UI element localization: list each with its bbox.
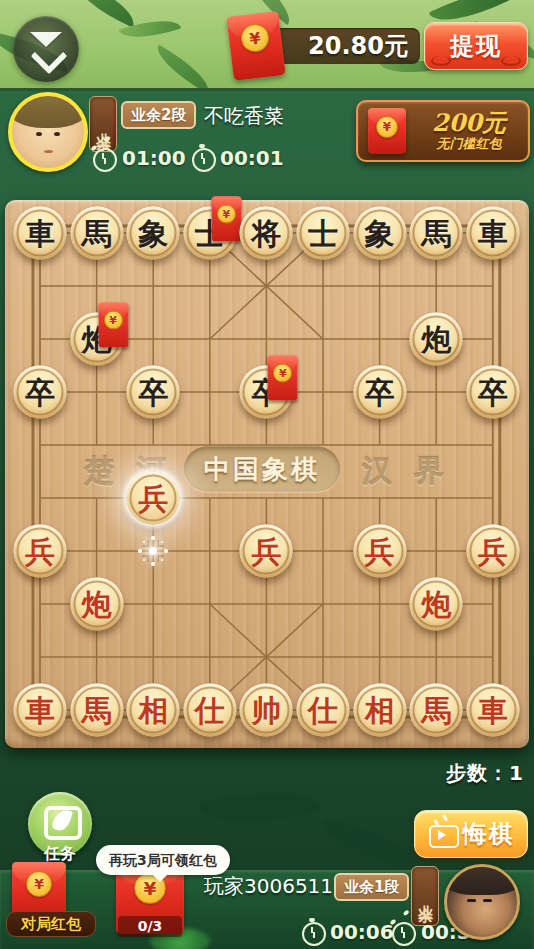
piece-i1[interactable]: 車: [466, 684, 519, 737]
piece-b8[interactable]: 炮¥: [70, 313, 123, 366]
opponent-move-time: 00:01: [220, 146, 284, 170]
piece-a1[interactable]: 車: [14, 684, 67, 737]
fern-decor: [318, 818, 422, 869]
piece-e1[interactable]: 帅: [240, 684, 293, 737]
withdraw-button[interactable]: 提现: [424, 22, 528, 70]
piece-b10[interactable]: 馬: [70, 207, 123, 260]
avatar-hair: [8, 92, 88, 128]
alarm-clock-icon: [392, 922, 416, 946]
piece-h8[interactable]: 炮: [410, 313, 463, 366]
player-tier-badge: 业余: [411, 866, 439, 926]
player-move-time: 00:06: [330, 920, 394, 944]
move-origin-marker: [135, 533, 171, 569]
avatar-hair: [444, 864, 520, 895]
red-packet-banner[interactable]: ¥ 200元 无门槛红包: [356, 100, 530, 162]
red-envelope-icon: ¥: [368, 108, 406, 154]
avatar-eyes: [467, 899, 476, 902]
piece-b1[interactable]: 馬: [70, 684, 123, 737]
match-packet-label: 对局红包: [6, 911, 96, 937]
piece-d10[interactable]: 士¥: [183, 207, 236, 260]
piece-c10[interactable]: 象: [127, 207, 180, 260]
player-avatar[interactable]: [444, 864, 520, 940]
opponent-name: 不吃香菜: [204, 103, 284, 130]
packet-progress: 0/3: [118, 916, 182, 937]
opponent-total-time: 01:00: [122, 146, 186, 170]
piece-a7[interactable]: 卒: [14, 366, 67, 419]
avatar-mouth: [44, 150, 53, 153]
piece-h3[interactable]: 炮: [410, 578, 463, 631]
packet-tooltip: 再玩3局可领红包: [96, 845, 230, 875]
cloud-decor: [431, 56, 451, 66]
piece-e10[interactable]: 将: [240, 207, 293, 260]
piece-g7[interactable]: 卒: [353, 366, 406, 419]
piece-h10[interactable]: 馬: [410, 207, 463, 260]
step-counter: 步数：1: [446, 760, 524, 787]
undo-button[interactable]: 悔棋: [414, 810, 528, 858]
wallet-red-envelope-icon[interactable]: ¥: [226, 11, 285, 81]
piece-c1[interactable]: 相: [127, 684, 180, 737]
piece-c7[interactable]: 卒: [127, 366, 180, 419]
piece-b3[interactable]: 炮: [70, 578, 123, 631]
avatar-eyes: [36, 132, 42, 136]
piece-e7[interactable]: 卒¥: [240, 366, 293, 419]
undo-label: 悔棋: [463, 811, 523, 857]
player-rank-badge: 业余1段: [334, 873, 409, 901]
collapse-button[interactable]: [13, 16, 79, 82]
piece-a10[interactable]: 車: [14, 207, 67, 260]
stopwatch-icon: [302, 922, 326, 946]
red-envelope-icon[interactable]: ¥: [211, 197, 241, 242]
bamboo-leaf: [150, 45, 216, 91]
piece-i10[interactable]: 車: [466, 207, 519, 260]
piece-a4[interactable]: 兵: [14, 525, 67, 578]
stopwatch-icon: [192, 148, 216, 172]
piece-f1[interactable]: 仕: [297, 684, 350, 737]
piece-d1[interactable]: 仕: [183, 684, 236, 737]
video-tv-icon: [429, 825, 459, 848]
opponent-tier-badge: 业余: [89, 96, 117, 152]
piece-f10[interactable]: 士: [297, 207, 350, 260]
red-envelope-icon[interactable]: ¥: [98, 303, 128, 348]
yen-coin-icon: ¥: [376, 116, 398, 138]
piece-i7[interactable]: 卒: [466, 366, 519, 419]
pieces-layer: 車馬象士¥将士象馬車炮¥炮卒卒卒¥卒卒兵兵兵兵兵炮炮車馬相仕帅仕相馬車: [5, 200, 529, 748]
fern-decor: [198, 778, 322, 836]
opponent-avatar[interactable]: [8, 92, 88, 172]
cloud-decor: [501, 56, 521, 66]
player-name: 玩家30065117: [204, 873, 346, 900]
red-envelope-icon[interactable]: ¥: [268, 356, 298, 401]
piece-g4[interactable]: 兵: [353, 525, 406, 578]
opponent-rank-badge: 业余2段: [121, 101, 196, 129]
bamboo-leaf: [69, 0, 142, 27]
piece-e4[interactable]: 兵: [240, 525, 293, 578]
piece-c5[interactable]: 兵: [127, 472, 180, 525]
alarm-clock-icon: [93, 148, 117, 172]
piece-i4[interactable]: 兵: [466, 525, 519, 578]
piece-h1[interactable]: 馬: [410, 684, 463, 737]
piece-g1[interactable]: 相: [353, 684, 406, 737]
banner-desc: 无门槛红包: [416, 135, 522, 153]
yen-coin-icon: ¥: [26, 871, 52, 897]
xiangqi-board: 楚河 汉界 中国象棋 車馬象士¥将士象馬車炮¥炮卒卒卒¥卒卒兵兵兵兵兵炮炮車馬相…: [5, 200, 529, 748]
wallet-balance: 20.80元: [300, 30, 416, 62]
piece-g10[interactable]: 象: [353, 207, 406, 260]
